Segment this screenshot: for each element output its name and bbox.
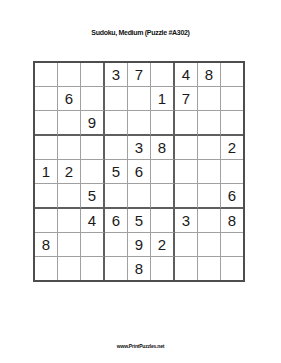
cell-r1c2[interactable] [58,63,81,87]
cell-r8c3[interactable] [81,233,105,257]
cell-r7c6[interactable] [151,209,175,233]
cell-r1c8[interactable]: 8 [198,63,221,87]
cell-r3c7[interactable] [175,111,198,136]
cell-r5c9[interactable] [221,160,243,184]
cell-r9c9[interactable] [221,257,243,280]
cell-r5c1[interactable]: 1 [35,160,58,184]
cell-r4c4[interactable] [105,136,128,160]
cell-r2c5[interactable] [128,87,151,111]
cell-r4c6[interactable]: 8 [151,136,175,160]
cell-r1c3[interactable] [81,63,105,87]
cell-r4c2[interactable] [58,136,81,160]
cell-r4c7[interactable] [175,136,198,160]
cell-r2c6[interactable]: 1 [151,87,175,111]
cell-r4c8[interactable] [198,136,221,160]
board-row: 9 [35,111,243,136]
cell-r7c8[interactable] [198,209,221,233]
cell-r9c7[interactable] [175,257,198,280]
cell-r9c1[interactable] [35,257,58,280]
cell-r2c1[interactable] [35,87,58,111]
cell-r3c6[interactable] [151,111,175,136]
cell-r6c6[interactable] [151,184,175,209]
cell-r5c7[interactable] [175,160,198,184]
puzzle-title: Sudoku, Medium (Puzzle #A302) [0,29,281,36]
cell-r2c8[interactable] [198,87,221,111]
cell-r1c7[interactable]: 4 [175,63,198,87]
cell-r6c9[interactable]: 6 [221,184,243,209]
cell-r5c8[interactable] [198,160,221,184]
cell-r8c9[interactable] [221,233,243,257]
cell-r2c3[interactable] [81,87,105,111]
cell-r2c2[interactable]: 6 [58,87,81,111]
cell-r5c6[interactable] [151,160,175,184]
cell-r6c8[interactable] [198,184,221,209]
cell-r4c3[interactable] [81,136,105,160]
board-row: 8 [35,257,243,280]
cell-r8c6[interactable]: 2 [151,233,175,257]
cell-r3c2[interactable] [58,111,81,136]
cell-r6c2[interactable] [58,184,81,209]
cell-r6c5[interactable] [128,184,151,209]
cell-r9c2[interactable] [58,257,81,280]
cell-r9c3[interactable] [81,257,105,280]
sudoku-board: 37486179382125656465388928 [33,61,245,282]
cell-r8c7[interactable] [175,233,198,257]
board-row: 382 [35,136,243,160]
cell-r3c9[interactable] [221,111,243,136]
cell-r1c1[interactable] [35,63,58,87]
cell-r6c1[interactable] [35,184,58,209]
cell-r1c9[interactable] [221,63,243,87]
cell-r9c5[interactable]: 8 [128,257,151,280]
cell-r3c1[interactable] [35,111,58,136]
cell-r4c1[interactable] [35,136,58,160]
cell-r3c4[interactable] [105,111,128,136]
cell-r5c3[interactable] [81,160,105,184]
cell-r7c1[interactable] [35,209,58,233]
cell-r8c1[interactable]: 8 [35,233,58,257]
cell-r3c5[interactable] [128,111,151,136]
board-row: 617 [35,87,243,111]
cell-r2c7[interactable]: 7 [175,87,198,111]
cell-r8c5[interactable]: 9 [128,233,151,257]
cell-r5c4[interactable]: 5 [105,160,128,184]
cell-r5c2[interactable]: 2 [58,160,81,184]
cell-r3c3[interactable]: 9 [81,111,105,136]
cell-r7c2[interactable] [58,209,81,233]
cell-r8c8[interactable] [198,233,221,257]
cell-r3c8[interactable] [198,111,221,136]
cell-r9c4[interactable] [105,257,128,280]
cell-r5c5[interactable]: 6 [128,160,151,184]
cell-r9c6[interactable] [151,257,175,280]
board-row: 56 [35,184,243,209]
page: Sudoku, Medium (Puzzle #A302) 3748617938… [0,0,281,363]
cell-r8c4[interactable] [105,233,128,257]
cell-r7c5[interactable]: 5 [128,209,151,233]
cell-r6c7[interactable] [175,184,198,209]
cell-r4c9[interactable]: 2 [221,136,243,160]
board-row: 46538 [35,209,243,233]
cell-r7c7[interactable]: 3 [175,209,198,233]
cell-r7c3[interactable]: 4 [81,209,105,233]
cell-r9c8[interactable] [198,257,221,280]
cell-r2c4[interactable] [105,87,128,111]
board-row: 3748 [35,63,243,87]
footer-url: www.PrintPuzzles.net [0,343,281,349]
cell-r6c3[interactable]: 5 [81,184,105,209]
cell-r1c4[interactable]: 3 [105,63,128,87]
cell-r7c9[interactable]: 8 [221,209,243,233]
cell-r7c4[interactable]: 6 [105,209,128,233]
cell-r6c4[interactable] [105,184,128,209]
board-row: 1256 [35,160,243,184]
cell-r8c2[interactable] [58,233,81,257]
cell-r1c6[interactable] [151,63,175,87]
cell-r2c9[interactable] [221,87,243,111]
board-row: 892 [35,233,243,257]
cell-r4c5[interactable]: 3 [128,136,151,160]
cell-r1c5[interactable]: 7 [128,63,151,87]
